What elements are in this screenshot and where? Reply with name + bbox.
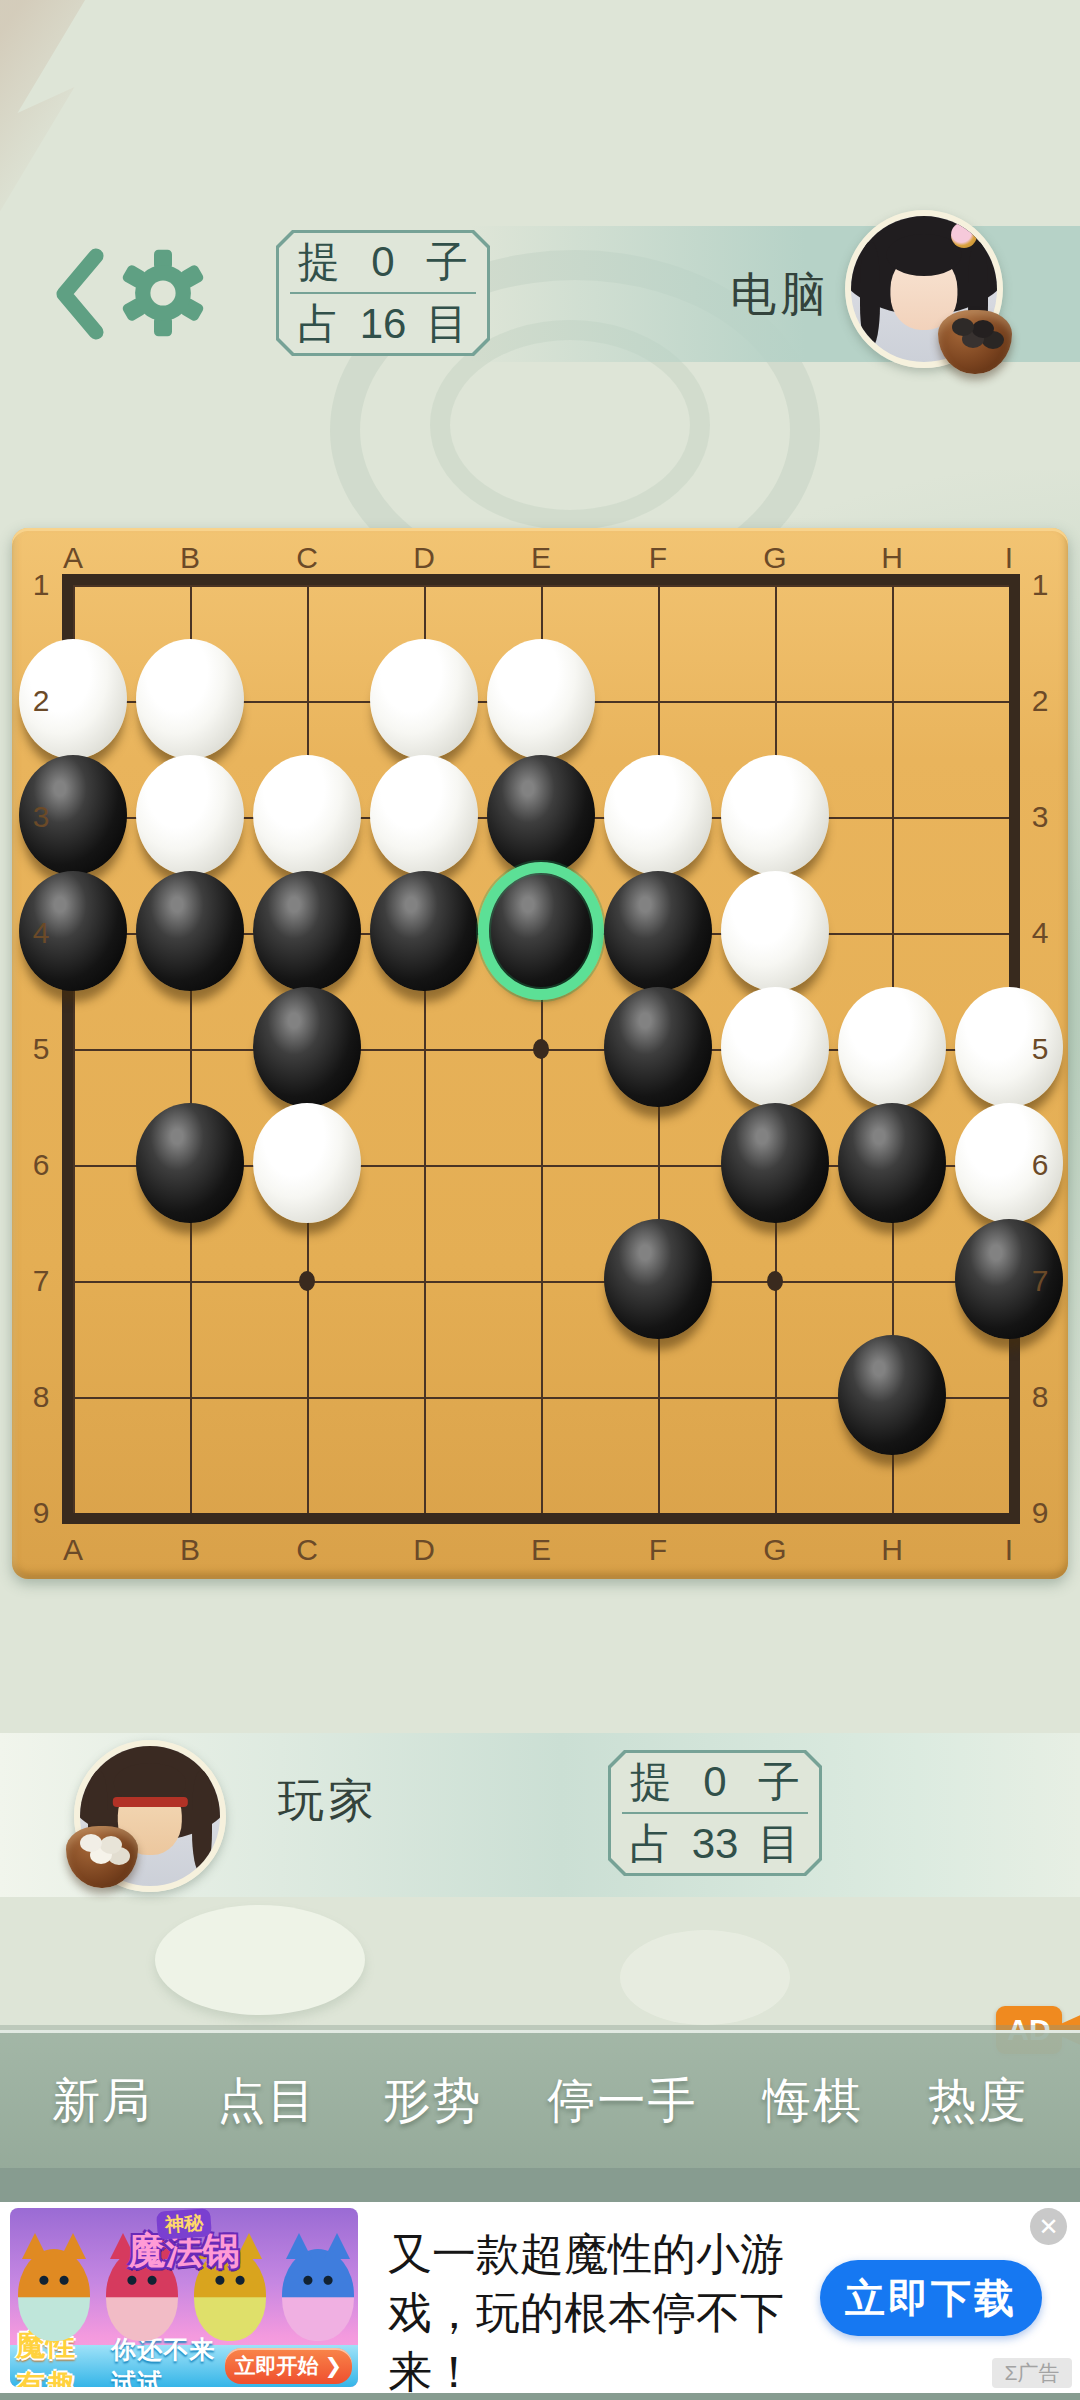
white-stone-B3 <box>136 755 244 875</box>
coord-label-H: H <box>881 541 903 575</box>
gear-icon <box>118 248 208 338</box>
coord-label-3: 3 <box>33 800 50 834</box>
coord-label-I: I <box>1005 1533 1013 1567</box>
ad-network-tag: Σ广告 <box>992 2358 1072 2388</box>
black-stone-D4 <box>370 871 478 991</box>
white-stone-F3 <box>604 755 712 875</box>
bottom-menu-bar: 新局点目形势停一手悔棋热度 <box>0 2030 1080 2168</box>
chevron-left-icon <box>52 246 108 342</box>
coord-label-7: 7 <box>1032 1264 1049 1298</box>
white-stone-B2 <box>136 639 244 759</box>
ad-creative-strip: 魔性有趣 你还不来试试 立即开始 ❯ <box>10 2345 358 2387</box>
coord-label-D: D <box>413 541 435 575</box>
ad-creative-cta-button[interactable]: 立即开始 ❯ <box>225 2348 352 2384</box>
white-stone-C6 <box>253 1103 361 1223</box>
stone-blob-decoration-2 <box>620 1930 790 2025</box>
white-stone-H5 <box>838 987 946 1107</box>
black-stone-B4 <box>136 871 244 991</box>
black-stones <box>952 318 974 336</box>
black-stone-C4 <box>253 871 361 991</box>
coord-label-1: 1 <box>1032 568 1049 602</box>
blue-fox-mascot <box>282 2249 354 2341</box>
settings-button[interactable] <box>118 248 208 338</box>
coord-label-E: E <box>531 541 551 575</box>
coord-label-A: A <box>63 541 83 575</box>
territory-unit: 目 <box>758 1816 800 1872</box>
ad-tagline-2: 你还不来试试 <box>111 2333 224 2387</box>
coord-label-9: 9 <box>33 1496 50 1530</box>
coord-label-A: A <box>63 1533 83 1567</box>
black-stone-F7 <box>604 1219 712 1339</box>
star-point-C7 <box>299 1271 315 1291</box>
leaf-decoration <box>0 0 160 230</box>
capture-label: 提 <box>298 234 340 290</box>
white-stones <box>80 1834 102 1852</box>
player-score-box: 提 0 子 占 33 目 <box>608 1750 822 1876</box>
ad-close-button[interactable]: ✕ <box>1030 2208 1067 2245</box>
menu-item-2[interactable]: 点目 <box>217 2069 317 2133</box>
coord-label-H: H <box>881 1533 903 1567</box>
menu-item-5[interactable]: 悔棋 <box>763 2069 863 2133</box>
star-point-G7 <box>767 1271 783 1291</box>
black-stone-bowl <box>938 310 1012 374</box>
coord-label-4: 4 <box>33 916 50 950</box>
white-stone-G3 <box>721 755 829 875</box>
ad-game-logo-tag: 神秘 <box>156 2208 212 2240</box>
coord-label-6: 6 <box>1032 1148 1049 1182</box>
coord-label-8: 8 <box>33 1380 50 1414</box>
coord-label-F: F <box>649 1533 667 1567</box>
coord-label-2: 2 <box>33 684 50 718</box>
menu-item-6[interactable]: 热度 <box>928 2069 1028 2133</box>
coord-label-1: 1 <box>33 568 50 602</box>
ad-headline-line: 戏，玩的根本停不下 <box>388 2283 808 2342</box>
white-stone-C3 <box>253 755 361 875</box>
ad-banner: 神秘 魔法锅 魔性有趣 你还不来试试 立即开始 ❯ 又一款超魔性的小游戏，玩的根… <box>0 2202 1080 2393</box>
coord-label-C: C <box>296 1533 318 1567</box>
territory-value: 33 <box>692 1820 739 1868</box>
coord-label-5: 5 <box>1032 1032 1049 1066</box>
white-stone-E2 <box>487 639 595 759</box>
ad-headline-line: 又一款超魔性的小游 <box>388 2224 808 2283</box>
ad-headline: 又一款超魔性的小游戏，玩的根本停不下来！ <box>388 2224 808 2400</box>
coord-label-2: 2 <box>1032 684 1049 718</box>
score-divider <box>290 292 476 294</box>
menu-item-3[interactable]: 形势 <box>382 2069 482 2133</box>
opponent-score-box: 提 0 子 占 16 目 <box>276 230 490 356</box>
black-stone-H8 <box>838 1335 946 1455</box>
coord-label-I: I <box>1005 541 1013 575</box>
coord-label-F: F <box>649 541 667 575</box>
menu-item-4[interactable]: 停一手 <box>548 2069 698 2133</box>
player-name: 玩家 <box>278 1770 378 1832</box>
black-stone-G6 <box>721 1103 829 1223</box>
coord-label-9: 9 <box>1032 1496 1049 1530</box>
ad-creative[interactable]: 神秘 魔法锅 魔性有趣 你还不来试试 立即开始 ❯ <box>10 2208 358 2387</box>
coord-label-3: 3 <box>1032 800 1049 834</box>
coord-label-B: B <box>180 1533 200 1567</box>
go-board: AABBCCDDEEFFGGHHII112233445566778899 <box>12 528 1068 1579</box>
coord-label-B: B <box>180 541 200 575</box>
black-stone-E4 <box>487 871 595 991</box>
orange-fox-mascot <box>18 2249 90 2341</box>
ad-download-button[interactable]: 立即下载 <box>820 2260 1042 2336</box>
black-stone-C5 <box>253 987 361 1107</box>
coord-label-E: E <box>531 1533 551 1567</box>
coord-label-5: 5 <box>33 1032 50 1066</box>
coord-label-4: 4 <box>1032 916 1049 950</box>
red-headband <box>113 1797 188 1807</box>
capture-unit: 子 <box>758 1754 800 1810</box>
capture-label: 提 <box>630 1754 672 1810</box>
coord-label-8: 8 <box>1032 1380 1049 1414</box>
menu-item-1[interactable]: 新局 <box>52 2069 152 2133</box>
ad-headline-line: 来！ <box>388 2342 808 2400</box>
capture-value: 0 <box>703 1758 726 1806</box>
territory-label: 占 <box>630 1816 672 1872</box>
territory-value: 16 <box>360 300 407 348</box>
capture-value: 0 <box>371 238 394 286</box>
opponent-name: 电脑 <box>620 264 830 326</box>
black-stone-E3 <box>487 755 595 875</box>
coord-label-6: 6 <box>33 1148 50 1182</box>
coord-label-7: 7 <box>33 1264 50 1298</box>
black-stone-H6 <box>838 1103 946 1223</box>
black-stone-B6 <box>136 1103 244 1223</box>
coord-label-G: G <box>763 541 786 575</box>
star-point-E5 <box>533 1039 549 1059</box>
white-stone-D3 <box>370 755 478 875</box>
black-stone-F4 <box>604 871 712 991</box>
capture-unit: 子 <box>426 234 468 290</box>
coord-label-C: C <box>296 541 318 575</box>
territory-unit: 目 <box>426 296 468 352</box>
stone-blob-decoration <box>155 1905 365 2015</box>
white-stone-G4 <box>721 871 829 991</box>
board-grid[interactable] <box>73 585 1009 1513</box>
white-stone-D2 <box>370 639 478 759</box>
white-stone-G5 <box>721 987 829 1107</box>
back-button[interactable] <box>52 246 108 342</box>
black-stone-F5 <box>604 987 712 1107</box>
coord-label-G: G <box>763 1533 786 1567</box>
coord-label-D: D <box>413 1533 435 1567</box>
territory-label: 占 <box>298 296 340 352</box>
